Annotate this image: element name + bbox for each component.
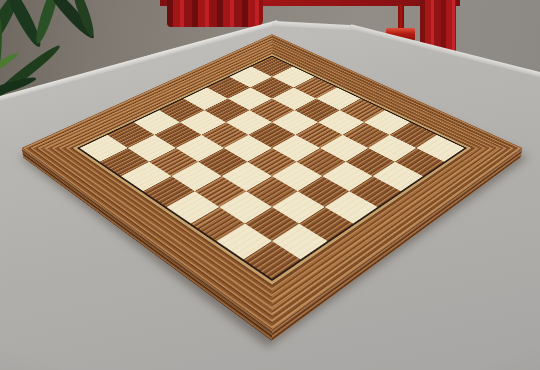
- square-r7c4: [171, 162, 221, 191]
- perspective-scene: [0, 0, 540, 370]
- square-r4c6: [297, 148, 346, 176]
- square-r7c5: [195, 176, 247, 207]
- square-r8c2: [100, 148, 149, 176]
- square-r4c7: [322, 162, 372, 191]
- photo-canvas: [0, 0, 540, 370]
- board-frame-near-side: [22, 133, 307, 330]
- square-r6c5: [222, 162, 272, 191]
- square-r2c8: [395, 148, 444, 176]
- square-r5c7: [298, 176, 350, 207]
- board-top-surface: [22, 34, 523, 330]
- square-r8c8: [244, 241, 301, 279]
- square-r8c6: [191, 207, 245, 241]
- square-r7c8: [272, 224, 327, 260]
- square-r4c8: [349, 176, 401, 207]
- playing-field-grid: [80, 57, 465, 279]
- square-r5c6: [272, 162, 322, 191]
- square-r3c8: [373, 162, 423, 191]
- square-r6c8: [299, 207, 353, 241]
- square-r8c4: [143, 176, 195, 207]
- square-r8c5: [166, 191, 219, 223]
- square-r5c5: [247, 148, 296, 176]
- square-r7c3: [149, 148, 198, 176]
- square-r3c7: [346, 148, 395, 176]
- square-r5c8: [325, 191, 378, 223]
- square-r6c6: [246, 176, 298, 207]
- square-r8c7: [217, 224, 272, 260]
- square-r6c4: [198, 148, 247, 176]
- square-r6c7: [272, 191, 325, 223]
- playing-field: [77, 55, 467, 281]
- square-r7c7: [245, 207, 299, 241]
- square-r8c3: [121, 162, 171, 191]
- chessboard: [22, 34, 523, 330]
- square-r7c6: [219, 191, 272, 223]
- board-frame-right-side: [237, 133, 522, 330]
